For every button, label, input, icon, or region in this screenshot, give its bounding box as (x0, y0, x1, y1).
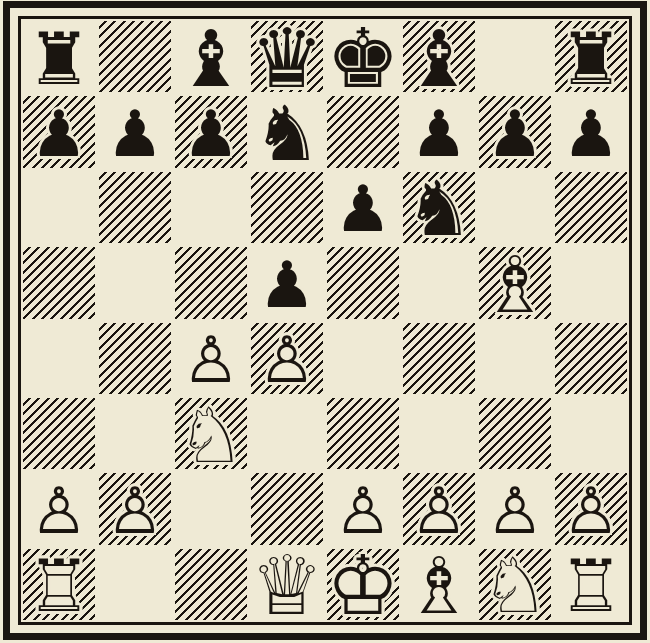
square-f8: ♝ (401, 19, 477, 94)
white-pawn: ♟♙ (553, 471, 629, 546)
black-piece-glyph: ♟ (325, 172, 401, 247)
square-h8: ♜ (553, 19, 629, 94)
square-e5 (325, 245, 401, 320)
square-f3 (401, 396, 477, 471)
square-c6 (173, 170, 249, 245)
white-rook: ♜♖ (21, 547, 97, 622)
white-piece-outline-glyph: ♗ (477, 247, 553, 322)
square-e8: ♚ (325, 19, 401, 94)
board-frame: ♜♝♛♚♝♜♟♟♟♞♟♟♟♟♞♟♝♗♟♙♟♙♞♘♟♙♟♙♟♙♟♙♟♙♟♙♜♖♛♕… (3, 1, 647, 640)
white-pawn: ♟♙ (97, 471, 173, 546)
square-g8 (477, 19, 553, 94)
square-d7: ♞ (249, 94, 325, 169)
black-piece-glyph: ♚ (325, 21, 401, 96)
white-piece-outline-glyph: ♕ (249, 549, 325, 624)
square-e7 (325, 94, 401, 169)
white-rook: ♜♖ (553, 547, 629, 622)
square-b6 (97, 170, 173, 245)
square-b7: ♟ (97, 94, 173, 169)
white-piece-outline-glyph: ♙ (97, 473, 173, 548)
square-g7: ♟ (477, 94, 553, 169)
black-pawn: ♟ (21, 94, 97, 169)
square-c4: ♟♙ (173, 321, 249, 396)
white-piece-outline-glyph: ♘ (477, 549, 553, 624)
white-piece-outline-glyph: ♙ (173, 323, 249, 398)
white-knight: ♞♘ (173, 396, 249, 471)
square-e2: ♟♙ (325, 471, 401, 546)
black-pawn: ♟ (553, 94, 629, 169)
square-f6: ♞ (401, 170, 477, 245)
square-a4 (21, 321, 97, 396)
square-a6 (21, 170, 97, 245)
black-piece-glyph: ♜ (21, 21, 97, 96)
square-f5 (401, 245, 477, 320)
black-piece-glyph: ♝ (401, 21, 477, 96)
white-bishop: ♝♗ (401, 547, 477, 622)
square-h1: ♜♖ (553, 547, 629, 622)
black-piece-glyph: ♝ (173, 21, 249, 96)
square-g6 (477, 170, 553, 245)
white-piece-outline-glyph: ♙ (553, 473, 629, 548)
square-e3 (325, 396, 401, 471)
white-pawn: ♟♙ (477, 471, 553, 546)
square-b5 (97, 245, 173, 320)
white-pawn: ♟♙ (325, 471, 401, 546)
square-b1 (97, 547, 173, 622)
black-pawn: ♟ (97, 94, 173, 169)
square-c2 (173, 471, 249, 546)
square-c7: ♟ (173, 94, 249, 169)
square-a2: ♟♙ (21, 471, 97, 546)
square-g5: ♝♗ (477, 245, 553, 320)
black-pawn: ♟ (477, 94, 553, 169)
white-piece-outline-glyph: ♔ (325, 549, 401, 624)
white-piece-outline-glyph: ♙ (249, 323, 325, 398)
black-knight: ♞ (401, 170, 477, 245)
white-bishop: ♝♗ (477, 245, 553, 320)
black-piece-glyph: ♟ (249, 247, 325, 322)
white-piece-outline-glyph: ♙ (325, 473, 401, 548)
square-c1 (173, 547, 249, 622)
black-piece-glyph: ♜ (553, 21, 629, 96)
black-rook: ♜ (553, 19, 629, 94)
square-h7: ♟ (553, 94, 629, 169)
square-b2: ♟♙ (97, 471, 173, 546)
chess-book-diagram: ♜♝♛♚♝♜♟♟♟♞♟♟♟♟♞♟♝♗♟♙♟♙♞♘♟♙♟♙♟♙♟♙♟♙♟♙♜♖♛♕… (0, 0, 650, 643)
square-f1: ♝♗ (401, 547, 477, 622)
white-piece-outline-glyph: ♘ (173, 398, 249, 473)
square-f7: ♟ (401, 94, 477, 169)
square-d6 (249, 170, 325, 245)
white-piece-outline-glyph: ♙ (477, 473, 553, 548)
white-piece-outline-glyph: ♖ (553, 549, 629, 624)
black-piece-glyph: ♞ (401, 172, 477, 247)
square-c3: ♞♘ (173, 396, 249, 471)
black-piece-glyph: ♟ (173, 96, 249, 171)
square-d4: ♟♙ (249, 321, 325, 396)
white-knight: ♞♘ (477, 547, 553, 622)
square-h3 (553, 396, 629, 471)
black-piece-glyph: ♟ (97, 96, 173, 171)
black-piece-glyph: ♟ (477, 96, 553, 171)
square-e6: ♟ (325, 170, 401, 245)
white-piece-outline-glyph: ♖ (21, 549, 97, 624)
black-piece-glyph: ♛ (249, 21, 325, 96)
square-d3 (249, 396, 325, 471)
white-pawn: ♟♙ (401, 471, 477, 546)
white-piece-outline-glyph: ♙ (21, 473, 97, 548)
black-bishop: ♝ (401, 19, 477, 94)
white-piece-outline-glyph: ♙ (401, 473, 477, 548)
square-a5 (21, 245, 97, 320)
square-g2: ♟♙ (477, 471, 553, 546)
square-b4 (97, 321, 173, 396)
black-pawn: ♟ (325, 170, 401, 245)
black-bishop: ♝ (173, 19, 249, 94)
square-g4 (477, 321, 553, 396)
square-f2: ♟♙ (401, 471, 477, 546)
square-h6 (553, 170, 629, 245)
square-e1: ♚♔ (325, 547, 401, 622)
black-rook: ♜ (21, 19, 97, 94)
square-d8: ♛ (249, 19, 325, 94)
square-b8 (97, 19, 173, 94)
square-b3 (97, 396, 173, 471)
black-piece-glyph: ♞ (249, 96, 325, 171)
square-a7: ♟ (21, 94, 97, 169)
white-pawn: ♟♙ (249, 321, 325, 396)
chess-board: ♜♝♛♚♝♜♟♟♟♞♟♟♟♟♞♟♝♗♟♙♟♙♞♘♟♙♟♙♟♙♟♙♟♙♟♙♜♖♛♕… (18, 16, 632, 625)
square-d1: ♛♕ (249, 547, 325, 622)
white-king: ♚♔ (325, 547, 401, 622)
white-pawn: ♟♙ (173, 321, 249, 396)
white-queen: ♛♕ (249, 547, 325, 622)
square-g1: ♞♘ (477, 547, 553, 622)
square-h4 (553, 321, 629, 396)
black-king: ♚ (325, 19, 401, 94)
black-piece-glyph: ♟ (21, 96, 97, 171)
square-g3 (477, 396, 553, 471)
square-d5: ♟ (249, 245, 325, 320)
black-piece-glyph: ♟ (401, 96, 477, 171)
white-pawn: ♟♙ (21, 471, 97, 546)
black-pawn: ♟ (173, 94, 249, 169)
black-queen: ♛ (249, 19, 325, 94)
square-e4 (325, 321, 401, 396)
square-h2: ♟♙ (553, 471, 629, 546)
black-pawn: ♟ (401, 94, 477, 169)
square-d2 (249, 471, 325, 546)
black-piece-glyph: ♟ (553, 96, 629, 171)
square-h5 (553, 245, 629, 320)
black-pawn: ♟ (249, 245, 325, 320)
square-a1: ♜♖ (21, 547, 97, 622)
square-c8: ♝ (173, 19, 249, 94)
black-knight: ♞ (249, 94, 325, 169)
square-a3 (21, 396, 97, 471)
square-c5 (173, 245, 249, 320)
square-f4 (401, 321, 477, 396)
white-piece-outline-glyph: ♗ (401, 549, 477, 624)
square-a8: ♜ (21, 19, 97, 94)
